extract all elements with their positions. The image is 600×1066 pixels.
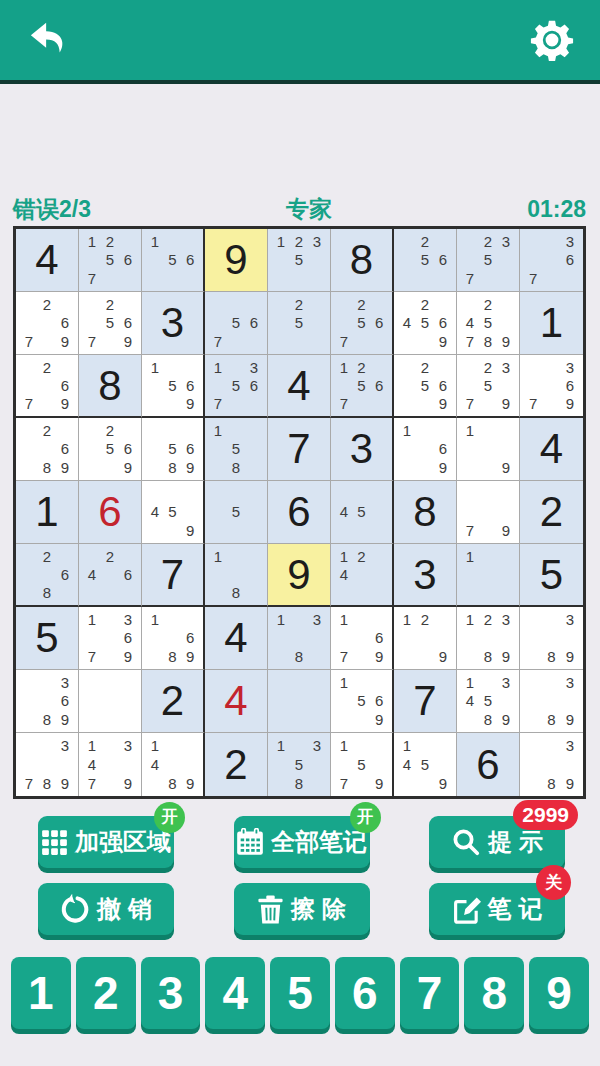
sudoku-grid: 4125671569123582562357367267925679356725…: [13, 226, 586, 799]
cell-notes: 1679: [331, 607, 392, 669]
note-9: 9: [119, 774, 137, 793]
cell-value: 4: [205, 607, 267, 669]
note-8: 8: [164, 774, 182, 793]
note-3: 3: [497, 610, 515, 629]
cell-value: 5: [16, 607, 78, 669]
note-5: 5: [353, 755, 371, 774]
cell-r9c2[interactable]: 13479: [79, 733, 142, 796]
cell-r3c3[interactable]: 1569: [142, 355, 205, 418]
cell-r2c8[interactable]: 245789: [457, 292, 520, 355]
note-1: 1: [146, 358, 164, 376]
note-5: 5: [353, 314, 371, 333]
note-8: 8: [164, 647, 182, 666]
note-2: 2: [479, 358, 497, 376]
enhance-region-badge: 开: [154, 802, 185, 833]
note-2: 2: [479, 295, 497, 314]
note-6: 6: [181, 251, 199, 270]
note-8: 8: [38, 458, 56, 477]
cell-value: 3: [142, 292, 203, 354]
note-3: 3: [497, 358, 515, 376]
cell-r7c2[interactable]: 13679: [79, 607, 142, 670]
note-1: 1: [335, 673, 353, 692]
tool-row-2: 撤销 擦除 笔记 关: [0, 883, 600, 935]
note-2: 2: [353, 295, 371, 314]
note-2: 2: [101, 421, 119, 440]
grid-icon: [41, 829, 68, 856]
all-notes-label: 全部笔记: [271, 826, 367, 858]
cell-value: 5: [520, 544, 583, 605]
cell-r9c8[interactable]: 6: [457, 733, 520, 796]
note-5: 5: [353, 503, 371, 522]
note-9: 9: [181, 458, 199, 477]
note-4: 4: [398, 755, 416, 774]
note-3: 3: [308, 232, 326, 251]
note-mode-label: 笔记: [488, 893, 550, 925]
note-2: 2: [416, 610, 434, 629]
cell-value: 6: [268, 481, 330, 543]
cell-notes: 3789: [16, 733, 78, 796]
note-9: 9: [181, 774, 199, 793]
cell-r1c3[interactable]: 156: [142, 229, 205, 292]
note-5: 5: [479, 251, 497, 270]
note-9: 9: [434, 395, 452, 413]
cell-notes: 158: [205, 418, 267, 480]
note-6: 6: [119, 314, 137, 333]
note-6: 6: [119, 629, 137, 648]
note-9: 9: [56, 710, 74, 729]
cell-notes: 1569: [142, 355, 203, 416]
cell-notes: 256: [394, 229, 456, 291]
note-6: 6: [434, 314, 452, 333]
note-8: 8: [290, 647, 308, 666]
difficulty-label: 专家: [286, 194, 332, 225]
cell-r8c3[interactable]: 2: [142, 670, 205, 733]
cell-value: 3: [331, 418, 392, 480]
enhance-region-button[interactable]: 加强区域 开: [38, 816, 174, 868]
cell-r8c7[interactable]: 7: [394, 670, 457, 733]
back-arrow-icon: [26, 19, 72, 61]
timer: 01:28: [527, 196, 586, 223]
cell-r4c2[interactable]: 2569: [79, 418, 142, 481]
cell-r7c1[interactable]: 5: [16, 607, 79, 670]
note-1: 1: [398, 610, 416, 629]
note-7: 7: [83, 332, 101, 351]
note-3: 3: [561, 358, 579, 376]
note-2: 2: [101, 232, 119, 251]
note-1: 1: [209, 358, 227, 376]
cell-value: 9: [205, 229, 267, 291]
note-4: 4: [398, 314, 416, 333]
cell-r5c2[interactable]: 6: [79, 481, 142, 544]
cell-value: 4: [520, 418, 583, 480]
cell-r1c2[interactable]: 12567: [79, 229, 142, 292]
cell-notes: 245789: [457, 292, 519, 354]
cell-notes: 1459: [394, 733, 456, 796]
cell-r2c4[interactable]: 567: [205, 292, 268, 355]
note-1: 1: [272, 232, 290, 251]
cell-r1c9[interactable]: 367: [520, 229, 583, 292]
cell-notes: 268: [16, 544, 78, 605]
cell-notes: 2567: [331, 292, 392, 354]
note-9: 9: [370, 647, 388, 666]
pencil-icon: [452, 895, 481, 924]
cell-notes: 12389: [457, 607, 519, 669]
cell-r3c2[interactable]: 8: [79, 355, 142, 418]
cell-r6c7[interactable]: 3: [394, 544, 457, 607]
note-8: 8: [227, 584, 245, 602]
cell-notes: 567: [205, 292, 267, 354]
note-6: 6: [56, 314, 74, 333]
cell-r2c1[interactable]: 2679: [16, 292, 79, 355]
note-7: 7: [20, 332, 38, 351]
cell-r9c5[interactable]: 1358: [268, 733, 331, 796]
cell-r3c4[interactable]: 13567: [205, 355, 268, 418]
cell-r6c1[interactable]: 268: [16, 544, 79, 607]
note-3: 3: [497, 232, 515, 251]
cell-value: 9: [268, 544, 330, 605]
note-6: 6: [370, 692, 388, 711]
cell-r4c1[interactable]: 2689: [16, 418, 79, 481]
cell-r7c7[interactable]: 129: [394, 607, 457, 670]
note-3: 3: [308, 610, 326, 629]
cell-r3c7[interactable]: 2569: [394, 355, 457, 418]
note-9: 9: [497, 521, 515, 540]
note-5: 5: [227, 376, 245, 394]
note-7: 7: [461, 269, 479, 288]
cell-notes: 2569: [79, 418, 141, 480]
note-2: 2: [290, 295, 308, 314]
cell-r1c6[interactable]: 8: [331, 229, 394, 292]
note-5: 5: [479, 692, 497, 711]
cell-value: 1: [16, 481, 78, 543]
numpad-7[interactable]: 7: [400, 957, 460, 1029]
cell-value: 2: [205, 733, 267, 796]
cell-r5c1[interactable]: 1: [16, 481, 79, 544]
cell-r4c8[interactable]: 19: [457, 418, 520, 481]
numpad-9[interactable]: 9: [529, 957, 589, 1029]
tool-row-1: 加强区域 开 全部笔记 开 提示 2999: [0, 816, 600, 868]
cell-notes: 19: [457, 418, 519, 480]
note-5: 5: [101, 440, 119, 459]
note-6: 6: [56, 376, 74, 394]
all-notes-badge: 开: [350, 802, 381, 833]
cell-notes: 12567: [79, 229, 141, 291]
cell-notes: 367: [520, 229, 583, 291]
cell-notes: 1235: [268, 229, 330, 291]
settings-button[interactable]: [530, 18, 574, 62]
note-1: 1: [83, 232, 101, 251]
note-7: 7: [335, 395, 353, 413]
note-6: 6: [181, 376, 199, 394]
note-3: 3: [245, 358, 263, 376]
cell-r7c8[interactable]: 12389: [457, 607, 520, 670]
note-9: 9: [434, 647, 452, 666]
note-5: 5: [290, 755, 308, 774]
cell-r8c1[interactable]: 3689: [16, 670, 79, 733]
note-7: 7: [335, 774, 353, 793]
note-5: 5: [416, 251, 434, 270]
cell-r5c7[interactable]: 8: [394, 481, 457, 544]
note-2: 2: [38, 547, 56, 565]
cell-notes: 124: [331, 544, 392, 605]
note-2: 2: [38, 421, 56, 440]
cell-r5c6[interactable]: 45: [331, 481, 394, 544]
all-notes-button[interactable]: 全部笔记 开: [234, 816, 370, 868]
numpad-1[interactable]: 1: [11, 957, 71, 1029]
cell-value: 7: [394, 670, 456, 732]
cell-notes: 12567: [331, 355, 392, 416]
note-1: 1: [272, 610, 290, 629]
note-5: 5: [479, 314, 497, 333]
note-3: 3: [308, 736, 326, 755]
note-7: 7: [83, 647, 101, 666]
numpad-2[interactable]: 2: [76, 957, 136, 1029]
cell-r1c8[interactable]: 2357: [457, 229, 520, 292]
cell-r5c5[interactable]: 6: [268, 481, 331, 544]
cell-r2c3[interactable]: 3: [142, 292, 205, 355]
note-1: 1: [335, 610, 353, 629]
hint-label: 提示: [488, 826, 550, 858]
cell-r3c9[interactable]: 3679: [520, 355, 583, 418]
cell-notes: 156: [142, 229, 203, 291]
cell-r5c4[interactable]: 5: [205, 481, 268, 544]
note-9: 9: [561, 710, 579, 729]
cell-r7c6[interactable]: 1679: [331, 607, 394, 670]
cell-r9c6[interactable]: 1579: [331, 733, 394, 796]
cell-r4c3[interactable]: 5689: [142, 418, 205, 481]
note-1: 1: [146, 610, 164, 629]
note-1: 1: [272, 736, 290, 755]
cell-r2c2[interactable]: 25679: [79, 292, 142, 355]
note-9: 9: [56, 332, 74, 351]
cell-notes: 389: [520, 733, 583, 796]
cell-r1c7[interactable]: 256: [394, 229, 457, 292]
cell-r5c8[interactable]: 79: [457, 481, 520, 544]
note-8: 8: [479, 647, 497, 666]
error-counter: 错误2/3: [13, 194, 91, 225]
cell-notes: 1689: [142, 607, 203, 669]
note-6: 6: [56, 692, 74, 711]
cell-r8c2[interactable]: [79, 670, 142, 733]
cell-r9c1[interactable]: 3789: [16, 733, 79, 796]
note-2: 2: [416, 358, 434, 376]
cell-notes: 129: [394, 607, 456, 669]
note-5: 5: [164, 376, 182, 394]
note-9: 9: [56, 395, 74, 413]
cell-notes: 389: [520, 607, 583, 669]
cell-value: 4: [268, 355, 330, 416]
cell-r5c3[interactable]: 459: [142, 481, 205, 544]
numpad-3[interactable]: 3: [141, 957, 201, 1029]
note-8: 8: [227, 458, 245, 477]
cell-r3c6[interactable]: 12567: [331, 355, 394, 418]
cell-r8c8[interactable]: 134589: [457, 670, 520, 733]
note-1: 1: [335, 358, 353, 376]
cell-value: 7: [268, 418, 330, 480]
back-button[interactable]: [26, 19, 72, 61]
cell-value: 7: [142, 544, 203, 605]
cell-notes: 1358: [268, 733, 330, 796]
note-8: 8: [479, 332, 497, 351]
note-1: 1: [83, 736, 101, 755]
cell-r5c9[interactable]: 2: [520, 481, 583, 544]
cell-r1c4[interactable]: 9: [205, 229, 268, 292]
note-5: 5: [227, 440, 245, 459]
cell-r6c8[interactable]: 1: [457, 544, 520, 607]
cell-r9c4[interactable]: 2: [205, 733, 268, 796]
note-9: 9: [497, 395, 515, 413]
cell-r4c6[interactable]: 3: [331, 418, 394, 481]
note-1: 1: [398, 421, 416, 440]
note-7: 7: [83, 774, 101, 793]
cell-value: 8: [394, 481, 456, 543]
cell-r2c5[interactable]: 25: [268, 292, 331, 355]
cell-r1c1[interactable]: 4: [16, 229, 79, 292]
note-2: 2: [38, 358, 56, 376]
cell-r9c7[interactable]: 1459: [394, 733, 457, 796]
numpad-5[interactable]: 5: [270, 957, 330, 1029]
note-8: 8: [38, 774, 56, 793]
note-3: 3: [561, 736, 579, 755]
cell-r9c9[interactable]: 389: [520, 733, 583, 796]
numpad-8[interactable]: 8: [464, 957, 524, 1029]
cell-r4c4[interactable]: 158: [205, 418, 268, 481]
cell-r7c3[interactable]: 1689: [142, 607, 205, 670]
cell-r4c5[interactable]: 7: [268, 418, 331, 481]
cell-notes: 169: [394, 418, 456, 480]
cell-value-error: 6: [79, 481, 141, 543]
numpad-6[interactable]: 6: [335, 957, 395, 1029]
cell-r8c4[interactable]: 4: [205, 670, 268, 733]
note-1: 1: [461, 673, 479, 692]
note-7: 7: [524, 269, 542, 288]
note-1: 1: [209, 421, 227, 440]
note-7: 7: [461, 521, 479, 540]
trash-icon: [257, 895, 284, 924]
note-1: 1: [209, 547, 227, 565]
cell-notes: 45: [331, 481, 392, 543]
cell-notes: 1579: [331, 733, 392, 796]
note-9: 9: [497, 647, 515, 666]
note-3: 3: [119, 736, 137, 755]
note-8: 8: [542, 647, 560, 666]
cell-value: 8: [331, 229, 392, 291]
note-4: 4: [461, 692, 479, 711]
note-3: 3: [561, 673, 579, 692]
erase-button[interactable]: 擦除: [234, 883, 370, 935]
note-5: 5: [164, 440, 182, 459]
note-3: 3: [561, 232, 579, 251]
note-7: 7: [461, 332, 479, 351]
cell-r6c6[interactable]: 124: [331, 544, 394, 607]
note-1: 1: [461, 547, 479, 565]
note-5: 5: [416, 376, 434, 394]
note-9: 9: [181, 395, 199, 413]
cell-r4c7[interactable]: 169: [394, 418, 457, 481]
cell-notes: 246: [79, 544, 141, 605]
cell-value: 3: [394, 544, 456, 605]
cell-r7c4[interactable]: 4: [205, 607, 268, 670]
cell-r2c6[interactable]: 2567: [331, 292, 394, 355]
note-2: 2: [101, 295, 119, 314]
note-5: 5: [164, 503, 182, 522]
note-4: 4: [335, 565, 353, 583]
note-2: 2: [416, 295, 434, 314]
cell-r7c5[interactable]: 138: [268, 607, 331, 670]
cell-r1c5[interactable]: 1235: [268, 229, 331, 292]
note-mode-button[interactable]: 笔记 关: [429, 883, 565, 935]
cell-r3c8[interactable]: 23579: [457, 355, 520, 418]
note-9: 9: [119, 458, 137, 477]
note-5: 5: [227, 314, 245, 333]
hint-button[interactable]: 提示 2999: [429, 816, 565, 868]
note-6: 6: [434, 376, 452, 394]
cell-notes: 13679: [79, 607, 141, 669]
note-2: 2: [101, 547, 119, 565]
cell-r2c9[interactable]: 1: [520, 292, 583, 355]
note-6: 6: [370, 314, 388, 333]
cell-notes: 3679: [520, 355, 583, 416]
undo-button[interactable]: 撤销: [38, 883, 174, 935]
note-6: 6: [561, 251, 579, 270]
undo-icon: [60, 894, 90, 924]
cell-notes: 2569: [394, 355, 456, 416]
numpad-4[interactable]: 4: [205, 957, 265, 1029]
note-5: 5: [164, 251, 182, 270]
note-6: 6: [119, 565, 137, 583]
magnifier-icon: [451, 827, 481, 857]
cell-notes: 1489: [142, 733, 203, 796]
cell-r8c9[interactable]: 389: [520, 670, 583, 733]
cell-notes: 5689: [142, 418, 203, 480]
cell-notes: 2357: [457, 229, 519, 291]
cell-r6c9[interactable]: 5: [520, 544, 583, 607]
cell-r6c3[interactable]: 7: [142, 544, 205, 607]
cell-r6c2[interactable]: 246: [79, 544, 142, 607]
note-6: 6: [434, 251, 452, 270]
cell-notes: 134589: [457, 670, 519, 732]
cell-r2c7[interactable]: 24569: [394, 292, 457, 355]
note-6: 6: [370, 629, 388, 648]
cell-r7c9[interactable]: 389: [520, 607, 583, 670]
note-9: 9: [181, 521, 199, 540]
note-7: 7: [461, 395, 479, 413]
cell-r6c4[interactable]: 18: [205, 544, 268, 607]
cell-r3c5[interactable]: 4: [268, 355, 331, 418]
note-6: 6: [370, 376, 388, 394]
cell-r6c5[interactable]: 9: [268, 544, 331, 607]
note-6: 6: [181, 629, 199, 648]
cell-r3c1[interactable]: 2679: [16, 355, 79, 418]
note-6: 6: [245, 314, 263, 333]
cell-r4c9[interactable]: 4: [520, 418, 583, 481]
note-9: 9: [561, 647, 579, 666]
cell-value: 6: [457, 733, 519, 796]
cell-notes: 25: [268, 292, 330, 354]
cell-r9c3[interactable]: 1489: [142, 733, 205, 796]
cell-notes: 79: [457, 481, 519, 543]
cell-r8c5[interactable]: [268, 670, 331, 733]
note-2: 2: [290, 232, 308, 251]
number-pad: 123456789: [0, 957, 600, 1029]
note-2: 2: [38, 295, 56, 314]
note-1: 1: [398, 736, 416, 755]
note-6: 6: [119, 251, 137, 270]
note-8: 8: [38, 710, 56, 729]
cell-r8c6[interactable]: 1569: [331, 670, 394, 733]
hint-count-badge: 2999: [513, 800, 578, 830]
note-4: 4: [146, 503, 164, 522]
